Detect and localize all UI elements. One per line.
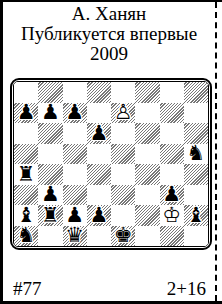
right-cut-dashed-line — [215, 2, 217, 301]
square-h2: ♝ — [184, 205, 208, 226]
black-pawn: ♟ — [17, 102, 36, 123]
square-g2: ♚♔ — [160, 205, 184, 226]
black-pawn: ♟ — [89, 205, 108, 226]
square-b5 — [38, 144, 62, 165]
problem-footer: #77 2+16 — [13, 278, 206, 300]
black-pawn: ♟ — [89, 123, 108, 144]
square-g3: ♟ — [160, 185, 184, 206]
square-b2: ♜ — [38, 205, 62, 226]
chess-board: ♟♟♟♟♙♟♞♜♟♟♝♜♟♟♚♔♝♞♛♚ — [14, 82, 208, 246]
square-d8 — [87, 82, 111, 103]
square-b6 — [38, 123, 62, 144]
square-e1: ♚ — [111, 226, 135, 247]
square-g5 — [160, 144, 184, 165]
square-d4 — [87, 164, 111, 185]
square-c3 — [63, 185, 87, 206]
black-rook: ♜ — [17, 164, 36, 185]
square-d1 — [87, 226, 111, 247]
material-count: 2+16 — [167, 278, 206, 300]
black-rook: ♜ — [41, 205, 60, 226]
stipulation: #77 — [13, 278, 42, 300]
square-f8 — [135, 82, 159, 103]
square-g1 — [160, 226, 184, 247]
white-pawn: ♟♙ — [114, 102, 133, 123]
black-queen: ♛ — [65, 225, 84, 246]
square-a6 — [14, 123, 38, 144]
square-d5 — [87, 144, 111, 165]
square-a1: ♞ — [14, 226, 38, 247]
square-c4 — [63, 164, 87, 185]
square-d2: ♟ — [87, 205, 111, 226]
square-f3 — [135, 185, 159, 206]
square-d6: ♟ — [87, 123, 111, 144]
black-knight: ♞ — [186, 143, 205, 164]
square-b7: ♟ — [38, 103, 62, 124]
square-c6 — [63, 123, 87, 144]
square-a4: ♜ — [14, 164, 38, 185]
square-f6 — [135, 123, 159, 144]
square-e4 — [111, 164, 135, 185]
square-a7: ♟ — [14, 103, 38, 124]
publication-year: 2009 — [3, 44, 215, 64]
square-h8 — [184, 82, 208, 103]
author-name: А. Ханян — [3, 4, 215, 24]
publication-note: Публикуется впервые — [3, 24, 215, 44]
square-c7: ♟ — [63, 103, 87, 124]
square-d3 — [87, 185, 111, 206]
square-b1 — [38, 226, 62, 247]
square-e3 — [111, 185, 135, 206]
square-a5 — [14, 144, 38, 165]
square-a3 — [14, 185, 38, 206]
square-e6 — [111, 123, 135, 144]
square-f2 — [135, 205, 159, 226]
black-pawn: ♟ — [41, 102, 60, 123]
black-king: ♚ — [114, 225, 133, 246]
square-f4 — [135, 164, 159, 185]
square-h3 — [184, 185, 208, 206]
square-h7 — [184, 103, 208, 124]
square-f5 — [135, 144, 159, 165]
square-g8 — [160, 82, 184, 103]
square-d7 — [87, 103, 111, 124]
black-pawn: ♟ — [65, 102, 84, 123]
chess-board-frame: ♟♟♟♟♙♟♞♜♟♟♝♜♟♟♚♔♝♞♛♚ — [10, 78, 212, 250]
square-c5 — [63, 144, 87, 165]
square-f7 — [135, 103, 159, 124]
square-g7 — [160, 103, 184, 124]
square-c1: ♛ — [63, 226, 87, 247]
problem-diagram-page: А. Ханян Публикуется впервые 2009 ♟♟♟♟♙♟… — [0, 0, 222, 304]
square-f1 — [135, 226, 159, 247]
square-h5: ♞ — [184, 144, 208, 165]
square-e7: ♟♙ — [111, 103, 135, 124]
problem-header: А. Ханян Публикуется впервые 2009 — [3, 4, 215, 64]
square-h1 — [184, 226, 208, 247]
square-g6 — [160, 123, 184, 144]
chess-board-inner-border: ♟♟♟♟♙♟♞♜♟♟♝♜♟♟♚♔♝♞♛♚ — [13, 81, 209, 247]
white-king: ♚♔ — [162, 205, 181, 226]
square-e5 — [111, 144, 135, 165]
square-b3: ♟ — [38, 185, 62, 206]
square-h4 — [184, 164, 208, 185]
black-knight: ♞ — [17, 225, 36, 246]
black-bishop: ♝ — [186, 205, 205, 226]
